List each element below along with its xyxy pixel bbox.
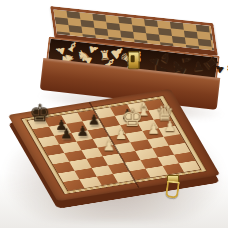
piece-black-pawn: ♟: [60, 126, 73, 140]
square-c6: ♟: [71, 130, 93, 141]
brass-clasp-icon: [165, 180, 180, 198]
chess-set-photo: ♟♝♞♟♜♟♛♟♞♟♝♟ ♟♞♟♝♟♜♟♞♟♟ ♚♟♟♟♝♟♟♚♛♟♟♟♟: [0, 0, 228, 228]
brass-latch-icon: [128, 51, 140, 69]
square-b6: ♟: [54, 133, 76, 144]
piece-white-pawn: ♟: [148, 122, 161, 136]
piece-white-pawn: ♟: [103, 139, 116, 153]
piece-black-king: ♚: [29, 102, 51, 126]
piece-black-pawn: ♟: [88, 112, 101, 126]
piece-white-pawn: ♟: [115, 127, 128, 141]
square-b4: [65, 150, 87, 161]
piece-black-pawn: ♟: [77, 124, 90, 138]
square-f5: [125, 131, 147, 142]
piece-white-pawn: ♟: [164, 119, 177, 133]
